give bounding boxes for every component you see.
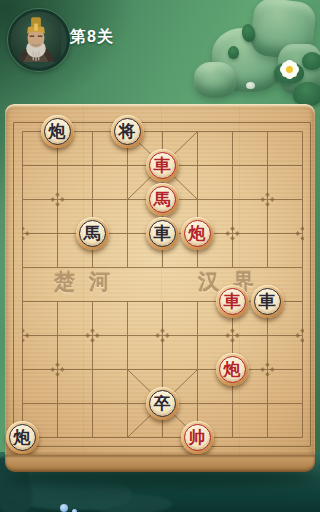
stone-cluster bbox=[190, 0, 320, 112]
piece-face: 炮 bbox=[44, 118, 71, 145]
piece-red-cannon[interactable]: 炮 bbox=[181, 217, 214, 250]
piece-face: 帅 bbox=[184, 424, 211, 451]
piece-character: 馬 bbox=[154, 190, 171, 207]
piece-face: 卒 bbox=[149, 390, 176, 417]
water-rock bbox=[88, 494, 172, 512]
piece-red-chariot[interactable]: 車 bbox=[146, 149, 179, 182]
piece-black-cannon[interactable]: 炮 bbox=[41, 115, 74, 148]
piece-character: 馬 bbox=[84, 224, 101, 241]
piece-black-horse[interactable]: 馬 bbox=[76, 217, 109, 250]
piece-red-chariot[interactable]: 車 bbox=[216, 285, 249, 318]
piece-face: 車 bbox=[254, 288, 281, 315]
player-avatar[interactable] bbox=[8, 9, 70, 71]
piece-face: 炮 bbox=[184, 220, 211, 247]
piece-black-soldier[interactable]: 卒 bbox=[146, 387, 179, 420]
stone-small bbox=[194, 62, 236, 98]
piece-character: 卒 bbox=[154, 394, 171, 411]
piece-character: 車 bbox=[259, 292, 276, 309]
piece-black-general[interactable]: 将 bbox=[111, 115, 144, 148]
piece-red-horse[interactable]: 馬 bbox=[146, 183, 179, 216]
piece-face: 車 bbox=[149, 220, 176, 247]
piece-black-chariot[interactable]: 車 bbox=[251, 285, 284, 318]
blue-flower-icon bbox=[60, 504, 68, 512]
piece-face: 馬 bbox=[149, 186, 176, 213]
xiangqi-board[interactable]: 楚河 汉界 炮将車馬馬車炮車車炮卒帅炮 bbox=[5, 104, 315, 456]
piece-character: 帅 bbox=[189, 428, 206, 445]
plant-leaves bbox=[293, 82, 320, 106]
piece-character: 将 bbox=[119, 122, 136, 139]
piece-face: 炮 bbox=[9, 424, 36, 451]
piece-red-general[interactable]: 帅 bbox=[181, 421, 214, 454]
piece-face: 炮 bbox=[219, 356, 246, 383]
piece-character: 炮 bbox=[14, 428, 31, 445]
plant-leaves bbox=[302, 52, 320, 70]
piece-character: 炮 bbox=[49, 122, 66, 139]
emperor-portrait-icon bbox=[11, 12, 61, 62]
piece-character: 炮 bbox=[189, 224, 206, 241]
piece-face: 馬 bbox=[79, 220, 106, 247]
piece-black-cannon[interactable]: 炮 bbox=[6, 421, 39, 454]
piece-face: 車 bbox=[149, 152, 176, 179]
app-root: 楚河 汉界 炮将車馬馬車炮車車炮卒帅炮 bbox=[0, 0, 320, 512]
piece-character: 車 bbox=[154, 224, 171, 241]
level-label: 第8关 bbox=[70, 27, 114, 48]
board-front-edge bbox=[5, 455, 315, 472]
white-flower-icon bbox=[286, 66, 293, 73]
plant-sprout-icon bbox=[228, 46, 239, 59]
piece-face: 将 bbox=[114, 118, 141, 145]
pebble-icon bbox=[246, 82, 255, 89]
piece-face: 車 bbox=[219, 288, 246, 315]
piece-black-chariot[interactable]: 車 bbox=[146, 217, 179, 250]
piece-character: 車 bbox=[224, 292, 241, 309]
piece-character: 車 bbox=[154, 156, 171, 173]
piece-red-cannon[interactable]: 炮 bbox=[216, 353, 249, 386]
piece-character: 炮 bbox=[224, 360, 241, 377]
